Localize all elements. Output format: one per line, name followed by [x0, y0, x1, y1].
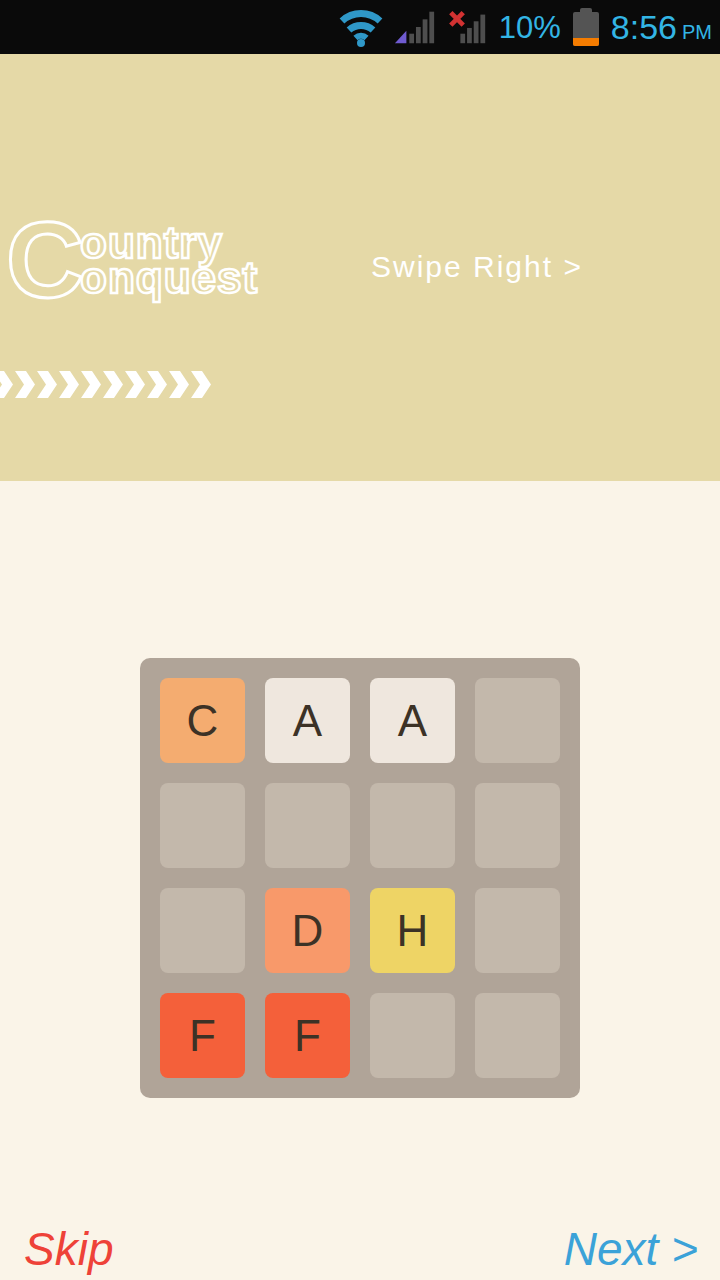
chevron-icon — [37, 371, 57, 398]
board-cell — [475, 678, 560, 763]
chevron-band — [0, 371, 213, 398]
next-button[interactable]: Next > — [564, 1222, 698, 1276]
signal-strength-icon — [393, 8, 437, 46]
chevron-icon — [103, 371, 123, 398]
board-cell: F — [160, 993, 245, 1078]
no-sim-signal-icon — [447, 8, 489, 46]
chevron-icon — [0, 371, 13, 398]
board-cell: F — [265, 993, 350, 1078]
board-cell — [265, 783, 350, 868]
board-cell — [160, 888, 245, 973]
board-cell — [475, 993, 560, 1078]
board-cell: C — [160, 678, 245, 763]
board-cell: D — [265, 888, 350, 973]
clock: 8:56 PM — [611, 10, 712, 44]
skip-button[interactable]: Skip — [24, 1222, 113, 1276]
logo-words: ountry onquest — [80, 225, 258, 295]
board-cell: A — [265, 678, 350, 763]
logo-big-letter: C — [6, 218, 84, 302]
chevron-icon — [169, 371, 189, 398]
board-cell — [475, 783, 560, 868]
clock-period: PM — [682, 22, 712, 42]
chevron-icon — [125, 371, 145, 398]
wifi-icon — [339, 7, 383, 47]
intro-banner[interactable]: C ountry onquest Swipe Right > — [0, 54, 720, 481]
chevron-icon — [59, 371, 79, 398]
game-board[interactable]: C A A D H F F — [140, 658, 580, 1098]
status-bar: 10% 8:56 PM — [0, 0, 720, 54]
screen: 10% 8:56 PM C ountry onquest Swipe Right… — [0, 0, 720, 1280]
battery-percent-label: 10% — [499, 12, 561, 43]
app-logo: C ountry onquest — [6, 218, 258, 302]
board-cell — [475, 888, 560, 973]
swipe-hint-label: Swipe Right > — [371, 250, 583, 284]
board-cell: A — [370, 678, 455, 763]
board-cell — [370, 783, 455, 868]
battery-icon — [573, 8, 599, 46]
logo-word-bottom: onquest — [80, 260, 258, 295]
chevron-icon — [147, 371, 167, 398]
chevron-icon — [15, 371, 35, 398]
board-cell: H — [370, 888, 455, 973]
chevron-icon — [81, 371, 101, 398]
board-cell — [370, 993, 455, 1078]
battery-fill — [573, 38, 599, 46]
chevron-icon — [191, 371, 211, 398]
board-cell — [160, 783, 245, 868]
clock-time: 8:56 — [611, 10, 677, 44]
